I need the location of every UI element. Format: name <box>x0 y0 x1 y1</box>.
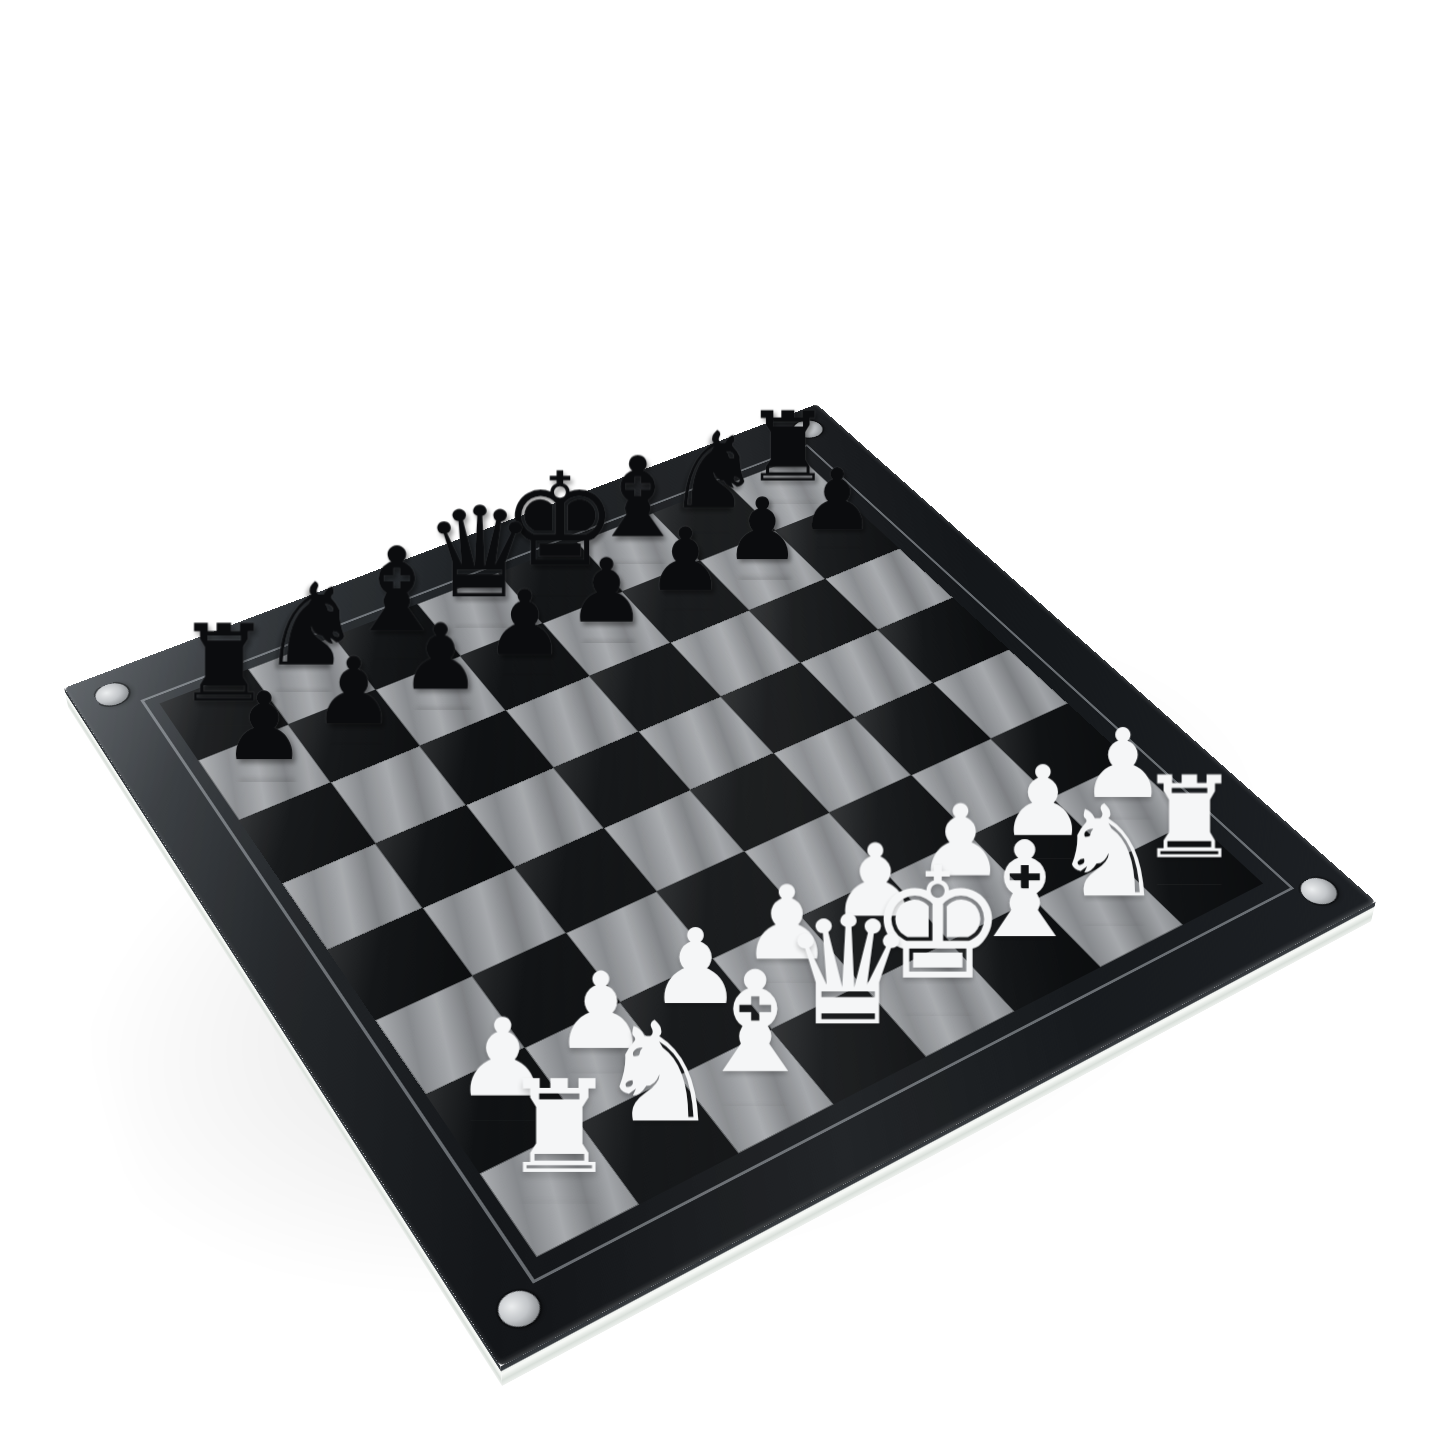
perspective-scene: ♜♜♞♞♝♝♛♛♚♚♝♝♞♞♜♜♟♟♟♟♟♟♟♟♟♟♟♟♟♟♟♟♟♟♟♟♟♟♟♟… <box>0 0 1445 1445</box>
square-a1[interactable]: ♜♜ <box>479 1124 639 1258</box>
chess-piece-glyph: ♟ <box>185 682 344 772</box>
piece-reflection: ♜ <box>465 1188 652 1310</box>
chess-piece-glyph: ♜ <box>465 1067 652 1189</box>
corner-screw-right <box>1293 873 1344 909</box>
square-a7[interactable]: ♟♟ <box>198 724 331 820</box>
piece-white-rook-a1[interactable]: ♜♜ <box>465 1067 652 1189</box>
chess-board-plate: ♜♜♞♞♝♝♛♛♚♚♝♝♞♞♜♜♟♟♟♟♟♟♟♟♟♟♟♟♟♟♟♟♟♟♟♟♟♟♟♟… <box>64 404 1375 1366</box>
product-photo-stage: ♜♜♞♞♝♝♛♛♚♚♝♝♞♞♜♜♟♟♟♟♟♟♟♟♟♟♟♟♟♟♟♟♟♟♟♟♟♟♟♟… <box>0 0 1445 1445</box>
board-grid: ♜♜♞♞♝♝♛♛♚♚♝♝♞♞♜♜♟♟♟♟♟♟♟♟♟♟♟♟♟♟♟♟♟♟♟♟♟♟♟♟… <box>159 456 1263 1257</box>
corner-screw-left <box>91 679 134 709</box>
piece-black-pawn-a7[interactable]: ♟♟ <box>185 682 344 772</box>
corner-screw-bottom <box>491 1284 548 1334</box>
